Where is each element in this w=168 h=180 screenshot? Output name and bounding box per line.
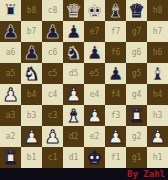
- piece-black-pawn: ♟: [2, 21, 18, 42]
- piece-white-rook: ♜: [2, 147, 18, 168]
- piece-black-bishop: ♝: [107, 0, 123, 21]
- piece-white-pawn: ♟: [2, 84, 18, 105]
- piece-white-pawn: ♟: [149, 126, 165, 147]
- square-b6[interactable]: ♟: [21, 42, 42, 63]
- square-e6[interactable]: ♟: [84, 42, 105, 63]
- square-f3[interactable]: f3: [105, 105, 126, 126]
- square-c5[interactable]: c5: [42, 63, 63, 84]
- coordinate-label-c5: c5: [48, 63, 58, 84]
- square-b3[interactable]: b3: [21, 105, 42, 126]
- credit-text: By Zahl: [127, 168, 168, 180]
- coordinate-label-f4: f4: [111, 84, 121, 105]
- coordinate-label-e5: e5: [90, 63, 100, 84]
- piece-white-pawn: ♟: [23, 126, 39, 147]
- coordinate-label-f3: f3: [111, 105, 121, 126]
- piece-white-king: ♚: [86, 147, 102, 168]
- coordinate-label-b4: b4: [27, 84, 37, 105]
- square-f4[interactable]: f4: [105, 84, 126, 105]
- square-f5[interactable]: ♟: [105, 63, 126, 84]
- coordinate-label-b1: b1: [27, 147, 37, 168]
- square-a7[interactable]: ♟: [0, 21, 21, 42]
- coordinate-label-g5: g5: [132, 63, 142, 84]
- coordinate-label-b8: b8: [27, 0, 37, 21]
- square-f7[interactable]: f7: [105, 21, 126, 42]
- square-d6[interactable]: ♞: [63, 42, 84, 63]
- square-g1[interactable]: g1: [126, 147, 147, 168]
- piece-black-knight: ♞: [65, 42, 81, 63]
- square-h1[interactable]: h1: [147, 147, 168, 168]
- piece-black-queen: ♛: [65, 0, 81, 21]
- square-g2[interactable]: g2: [126, 126, 147, 147]
- piece-black-pawn: ♟: [107, 63, 123, 84]
- square-d2[interactable]: d2: [63, 126, 84, 147]
- square-e3[interactable]: ♟: [84, 105, 105, 126]
- chess-app-window: ♜b8c8♛♚♝♛h8♟b7♟♟e7f7g7h7a6♟c6♞♟f6g6h6a5♞…: [0, 0, 168, 180]
- square-h4[interactable]: h4: [147, 84, 168, 105]
- footer-strip: By Zahl: [0, 168, 168, 180]
- square-f1[interactable]: f1: [105, 147, 126, 168]
- square-b7[interactable]: b7: [21, 21, 42, 42]
- square-g8[interactable]: ♛: [126, 0, 147, 21]
- square-d1[interactable]: d1: [63, 147, 84, 168]
- square-b8[interactable]: b8: [21, 0, 42, 21]
- square-d7[interactable]: ♟: [63, 21, 84, 42]
- coordinate-label-a2: a2: [6, 126, 16, 147]
- coordinate-label-h8: h8: [153, 0, 163, 21]
- coordinate-label-e2: e2: [90, 126, 100, 147]
- square-h3[interactable]: h3: [147, 105, 168, 126]
- coordinate-label-c1: c1: [48, 147, 58, 168]
- coordinate-label-h1: h1: [153, 147, 163, 168]
- piece-black-pawn: ♟: [44, 21, 60, 42]
- square-d4[interactable]: ♟: [63, 84, 84, 105]
- piece-black-pawn: ♟: [65, 21, 81, 42]
- square-a5[interactable]: a5: [0, 63, 21, 84]
- coordinate-label-g7: g7: [132, 21, 142, 42]
- square-e4[interactable]: e4: [84, 84, 105, 105]
- square-a8[interactable]: ♜: [0, 0, 21, 21]
- square-c6[interactable]: c6: [42, 42, 63, 63]
- square-b2[interactable]: ♟: [21, 126, 42, 147]
- coordinate-label-g4: g4: [132, 84, 142, 105]
- square-h8[interactable]: h8: [147, 0, 168, 21]
- square-c7[interactable]: ♟: [42, 21, 63, 42]
- piece-white-queen: ♛: [128, 0, 144, 21]
- square-e1[interactable]: ♚: [84, 147, 105, 168]
- square-a3[interactable]: a3: [0, 105, 21, 126]
- coordinate-label-h4: h4: [153, 84, 163, 105]
- coordinate-label-a3: a3: [6, 105, 16, 126]
- coordinate-label-b3: b3: [27, 105, 37, 126]
- coordinate-label-g1: g1: [132, 147, 142, 168]
- square-f8[interactable]: ♝: [105, 0, 126, 21]
- piece-white-pawn: ♟: [107, 126, 123, 147]
- piece-white-rook: ♜: [128, 105, 144, 126]
- square-c4[interactable]: c4: [42, 84, 63, 105]
- coordinate-label-a6: a6: [6, 42, 16, 63]
- coordinate-label-e7: e7: [90, 21, 100, 42]
- square-e7[interactable]: e7: [84, 21, 105, 42]
- coordinate-label-d1: d1: [69, 147, 79, 168]
- square-e2[interactable]: e2: [84, 126, 105, 147]
- coordinate-label-h3: h3: [153, 105, 163, 126]
- piece-black-king: ♚: [86, 0, 102, 21]
- square-c1[interactable]: c1: [42, 147, 63, 168]
- square-h5[interactable]: ♝: [147, 63, 168, 84]
- coordinate-label-g2: g2: [132, 126, 142, 147]
- coordinate-label-h6: h6: [153, 42, 163, 63]
- piece-black-pawn: ♟: [86, 42, 102, 63]
- square-e5[interactable]: e5: [84, 63, 105, 84]
- piece-black-bishop: ♝: [149, 63, 165, 84]
- square-g5[interactable]: g5: [126, 63, 147, 84]
- coordinate-label-g6: g6: [132, 42, 142, 63]
- coordinate-label-c3: c3: [48, 105, 58, 126]
- square-c3[interactable]: c3: [42, 105, 63, 126]
- coordinate-label-c8: c8: [48, 0, 58, 21]
- piece-white-pawn: ♟: [44, 126, 60, 147]
- piece-white-pawn: ♟: [65, 84, 81, 105]
- piece-white-knight: ♞: [23, 63, 39, 84]
- square-h2[interactable]: ♟: [147, 126, 168, 147]
- square-e8[interactable]: ♚: [84, 0, 105, 21]
- piece-white-pawn: ♟: [86, 105, 102, 126]
- square-d8[interactable]: ♛: [63, 0, 84, 21]
- piece-black-pawn: ♟: [23, 42, 39, 63]
- square-g4[interactable]: g4: [126, 84, 147, 105]
- square-a6[interactable]: a6: [0, 42, 21, 63]
- coordinate-label-h7: h7: [153, 21, 163, 42]
- coordinate-label-f1: f1: [111, 147, 121, 168]
- square-a2[interactable]: a2: [0, 126, 21, 147]
- square-b1[interactable]: b1: [21, 147, 42, 168]
- square-b5[interactable]: ♞: [21, 63, 42, 84]
- coordinate-label-b7: b7: [27, 21, 37, 42]
- square-c2[interactable]: ♟: [42, 126, 63, 147]
- square-c8[interactable]: c8: [42, 0, 63, 21]
- square-d3[interactable]: ♝: [63, 105, 84, 126]
- coordinate-label-d5: d5: [69, 63, 79, 84]
- square-g3[interactable]: ♜: [126, 105, 147, 126]
- piece-white-bishop: ♝: [65, 105, 81, 126]
- square-g6[interactable]: g6: [126, 42, 147, 63]
- square-a1[interactable]: ♜: [0, 147, 21, 168]
- square-h7[interactable]: h7: [147, 21, 168, 42]
- coordinate-label-e4: e4: [90, 84, 100, 105]
- coordinate-label-d2: d2: [69, 126, 79, 147]
- piece-black-rook: ♜: [2, 0, 18, 21]
- coordinate-label-c4: c4: [48, 84, 58, 105]
- square-a4[interactable]: ♟: [0, 84, 21, 105]
- coordinate-label-f7: f7: [111, 21, 121, 42]
- coordinate-label-f6: f6: [111, 42, 121, 63]
- square-d5[interactable]: d5: [63, 63, 84, 84]
- square-g7[interactable]: g7: [126, 21, 147, 42]
- coordinate-label-c6: c6: [48, 42, 58, 63]
- chess-board: ♜b8c8♛♚♝♛h8♟b7♟♟e7f7g7h7a6♟c6♞♟f6g6h6a5♞…: [0, 0, 168, 168]
- coordinate-label-a5: a5: [6, 63, 16, 84]
- square-b4[interactable]: b4: [21, 84, 42, 105]
- square-h6[interactable]: h6: [147, 42, 168, 63]
- square-f6[interactable]: f6: [105, 42, 126, 63]
- square-f2[interactable]: ♟: [105, 126, 126, 147]
